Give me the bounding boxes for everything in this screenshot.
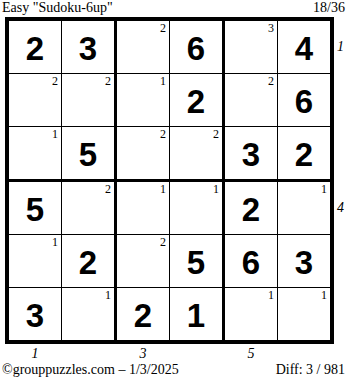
pencil-mark: 2 — [160, 21, 166, 35]
given-digit: 6 — [242, 246, 260, 279]
pencil-mark: 2 — [268, 74, 274, 88]
cell-r6c2[interactable]: 1 — [62, 288, 117, 340]
cell-r6c5[interactable]: 1 — [225, 288, 278, 340]
puzzle-title: Easy "Sudoku-6up" — [2, 0, 113, 15]
given-digit: 6 — [295, 85, 313, 118]
cell-r3c2[interactable]: 5 — [62, 127, 117, 182]
cell-r5c4[interactable]: 5 — [170, 235, 225, 288]
col-label-5: 5 — [248, 347, 255, 361]
cell-r2c1[interactable]: 2 — [9, 74, 62, 127]
given-digit: 2 — [26, 32, 44, 65]
cell-r1c1[interactable]: 2 — [9, 21, 62, 74]
given-digit: 3 — [242, 138, 260, 171]
board-row-4: 521121 — [9, 182, 330, 235]
titlebar: Easy "Sudoku-6up" 18/36 — [2, 0, 345, 15]
pencil-mark: 2 — [160, 127, 166, 141]
given-digit: 3 — [26, 299, 44, 332]
difficulty-text: Diff: 3 / 981 — [276, 362, 345, 377]
cell-r6c1[interactable]: 3 — [9, 288, 62, 340]
footer: ©grouppuzzles.com – 1/3/2025 Diff: 3 / 9… — [2, 362, 345, 377]
given-digit: 3 — [79, 32, 97, 65]
cell-r5c5[interactable]: 6 — [225, 235, 278, 288]
given-digit: 5 — [26, 193, 44, 226]
cell-r6c4[interactable]: 1 — [170, 288, 225, 340]
row-label-1: 1 — [337, 40, 344, 54]
row-label-4: 4 — [337, 201, 344, 215]
col-label-3: 3 — [140, 347, 147, 361]
given-digit: 5 — [79, 138, 97, 171]
cell-r1c2[interactable]: 3 — [62, 21, 117, 74]
pencil-mark: 1 — [321, 182, 327, 196]
pencil-mark: 1 — [160, 74, 166, 88]
pencil-mark: 1 — [213, 182, 219, 196]
cell-r5c3[interactable]: 2 — [117, 235, 170, 288]
pencil-mark: 1 — [321, 288, 327, 302]
col-label-1: 1 — [32, 347, 39, 361]
board-row-1: 232634 — [9, 21, 330, 74]
puzzle-page: Easy "Sudoku-6up" 18/36 2326342212261522… — [0, 0, 347, 381]
pencil-mark: 2 — [160, 235, 166, 249]
pencil-mark: 1 — [52, 235, 58, 249]
given-digit: 2 — [242, 193, 260, 226]
copyright-text: ©grouppuzzles.com – 1/3/2025 — [2, 362, 179, 377]
cell-r2c2[interactable]: 2 — [62, 74, 117, 127]
cell-r2c5[interactable]: 2 — [225, 74, 278, 127]
board: 232634221226152232521121122563312111 — [5, 17, 334, 344]
board-row-3: 152232 — [9, 127, 330, 182]
cell-r3c6[interactable]: 2 — [278, 127, 330, 182]
cell-r5c6[interactable]: 3 — [278, 235, 330, 288]
pencil-mark: 3 — [268, 21, 274, 35]
given-digit: 2 — [134, 299, 152, 332]
pencil-mark: 2 — [105, 74, 111, 88]
cell-r6c3[interactable]: 2 — [117, 288, 170, 340]
cell-r2c3[interactable]: 1 — [117, 74, 170, 127]
cell-r4c3[interactable]: 1 — [117, 182, 170, 235]
cell-r1c4[interactable]: 6 — [170, 21, 225, 74]
cell-r4c1[interactable]: 5 — [9, 182, 62, 235]
given-digit: 4 — [295, 32, 313, 65]
cell-r1c5[interactable]: 3 — [225, 21, 278, 74]
cell-r3c1[interactable]: 1 — [9, 127, 62, 182]
given-digit: 2 — [295, 138, 313, 171]
pencil-mark: 2 — [105, 182, 111, 196]
pencil-mark: 2 — [213, 127, 219, 141]
cell-r4c5[interactable]: 2 — [225, 182, 278, 235]
pencil-mark: 1 — [268, 288, 274, 302]
puzzle-counter: 18/36 — [313, 0, 345, 15]
board-row-2: 221226 — [9, 74, 330, 127]
cell-r3c3[interactable]: 2 — [117, 127, 170, 182]
given-digit: 5 — [187, 246, 205, 279]
given-digit: 1 — [187, 299, 205, 332]
cell-r4c4[interactable]: 1 — [170, 182, 225, 235]
given-digit: 2 — [187, 85, 205, 118]
pencil-mark: 1 — [160, 182, 166, 196]
given-digit: 2 — [79, 246, 97, 279]
cell-r4c6[interactable]: 1 — [278, 182, 330, 235]
cell-r5c2[interactable]: 2 — [62, 235, 117, 288]
board-row-5: 122563 — [9, 235, 330, 288]
cell-r2c4[interactable]: 2 — [170, 74, 225, 127]
given-digit: 3 — [295, 246, 313, 279]
pencil-mark: 2 — [52, 74, 58, 88]
pencil-mark: 1 — [105, 288, 111, 302]
cell-r1c3[interactable]: 2 — [117, 21, 170, 74]
cell-r4c2[interactable]: 2 — [62, 182, 117, 235]
cell-r3c4[interactable]: 2 — [170, 127, 225, 182]
pencil-mark: 1 — [52, 127, 58, 141]
board-row-6: 312111 — [9, 288, 330, 340]
cell-r1c6[interactable]: 4 — [278, 21, 330, 74]
cell-r6c6[interactable]: 1 — [278, 288, 330, 340]
cell-r3c5[interactable]: 3 — [225, 127, 278, 182]
cell-r2c6[interactable]: 6 — [278, 74, 330, 127]
cell-r5c1[interactable]: 1 — [9, 235, 62, 288]
given-digit: 6 — [187, 32, 205, 65]
